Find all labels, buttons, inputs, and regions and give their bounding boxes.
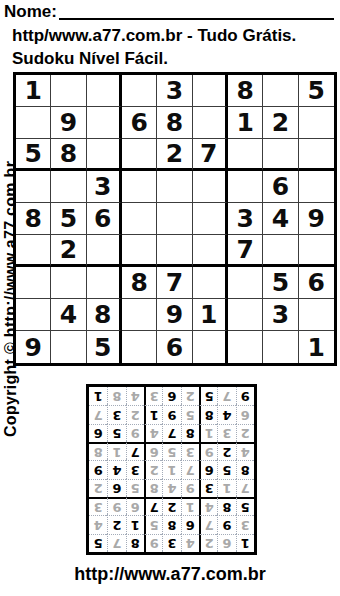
solution-cell-r6c4: 3 [181,442,199,460]
solution-cell-r6c1: 4 [236,442,254,460]
solution-cell-r8c1: 6 [236,405,254,423]
solution-cell-r9c8: 8 [107,387,125,405]
solution-cell-r9c4: 2 [181,387,199,405]
puzzle-cell-r7c9: 6 [299,267,334,299]
puzzle-cell-r2c2: 9 [51,107,86,139]
puzzle-cell-r3c9 [299,139,334,171]
puzzle-cell-r2c9 [299,107,334,139]
puzzle-cell-r6c5 [157,235,192,267]
solution-cell-r2c9: 4 [89,515,107,533]
solution-cell-r6c7: 7 [126,442,144,460]
solution-cell-r8c4: 5 [181,405,199,423]
solution-cell-r1c5: 3 [162,534,180,552]
name-label: Nome: [4,2,57,22]
solution-cell-r2c1: 3 [236,515,254,533]
puzzle-cell-r6c8 [263,235,298,267]
solution-cell-r9c9: 1 [89,387,107,405]
solution-cell-r4c8: 6 [107,479,125,497]
puzzle-cell-r8c1 [16,299,51,331]
solution-cell-r8c8: 3 [107,405,125,423]
puzzle-cell-r1c8 [263,75,298,107]
puzzle-cell-r1c3 [87,75,122,107]
puzzle-cell-r6c1 [16,235,51,267]
solution-cell-r5c7: 3 [126,460,144,478]
solution-cell-r7c5: 7 [162,424,180,442]
solution-grid-rotated: 1624398753976851245841276937139485628567… [86,384,257,555]
solution-cell-r4c4: 9 [181,479,199,497]
sudoku-worksheet: Nome: http/www.a77.com.br - Tudo Grátis.… [0,0,340,596]
solution-cell-r5c6: 2 [144,460,162,478]
puzzle-cell-r3c2: 8 [51,139,86,171]
puzzle-cell-r4c2 [51,171,86,203]
solution-cell-r7c1: 2 [236,424,254,442]
puzzle-cell-r1c9: 5 [299,75,334,107]
solution-cell-r5c5: 1 [162,460,180,478]
solution-cell-r4c3: 3 [199,479,217,497]
puzzle-cell-r4c6 [193,171,228,203]
puzzle-cell-r1c6 [193,75,228,107]
solution-cell-r5c2: 5 [217,460,235,478]
puzzle-cell-r7c1 [16,267,51,299]
puzzle-cell-r7c2 [51,267,86,299]
solution-cell-r9c3: 5 [199,387,217,405]
solution-cell-r8c7: 2 [126,405,144,423]
solution-cell-r3c5: 2 [162,497,180,515]
solution-cell-r7c3: 1 [199,424,217,442]
solution-cell-r2c7: 1 [126,515,144,533]
puzzle-cell-r5c4 [122,203,157,235]
solution-cell-r3c1: 5 [236,497,254,515]
puzzle-cell-r8c8: 3 [263,299,298,331]
puzzle-cell-r2c4: 6 [122,107,157,139]
puzzle-cell-r4c8: 6 [263,171,298,203]
solution-cell-r8c3: 8 [199,405,217,423]
solution-cell-r4c6: 8 [144,479,162,497]
solution-cell-r6c8: 1 [107,442,125,460]
solution-cell-r7c4: 8 [181,424,199,442]
puzzle-level-title: Sudoku Nível Fácil. [12,49,168,69]
puzzle-cell-r4c5 [157,171,192,203]
solution-cell-r5c9: 9 [89,460,107,478]
site-header: http/www.a77.com.br - Tudo Grátis. [12,26,296,46]
puzzle-cell-r8c7 [228,299,263,331]
puzzle-cell-r4c3: 3 [87,171,122,203]
solution-cell-r8c2: 4 [217,405,235,423]
puzzle-cell-r4c1 [16,171,51,203]
puzzle-cell-r2c3 [87,107,122,139]
solution-cell-r2c6: 5 [144,515,162,533]
solution-cell-r9c7: 4 [126,387,144,405]
solution-cell-r1c9: 5 [89,534,107,552]
puzzle-cell-r9c8 [263,331,298,363]
puzzle-cell-r5c5 [157,203,192,235]
solution-cell-r2c5: 8 [162,515,180,533]
solution-cell-r2c8: 2 [107,515,125,533]
solution-cell-r7c7: 9 [126,424,144,442]
solution-cell-r3c4: 1 [181,497,199,515]
solution-cell-r5c4: 7 [181,460,199,478]
puzzle-cell-r5c3: 6 [87,203,122,235]
puzzle-cell-r6c3 [87,235,122,267]
puzzle-cell-r7c5: 7 [157,267,192,299]
puzzle-cell-r8c2: 4 [51,299,86,331]
puzzle-cell-r9c4 [122,331,157,363]
puzzle-cell-r2c1 [16,107,51,139]
solution-cell-r4c9: 2 [89,479,107,497]
solution-cell-r6c5: 5 [162,442,180,460]
puzzle-cell-r5c2: 5 [51,203,86,235]
puzzle-cell-r2c6 [193,107,228,139]
solution-cell-r1c4: 4 [181,534,199,552]
puzzle-cell-r3c8 [263,139,298,171]
puzzle-cell-r4c9 [299,171,334,203]
solution-cell-r9c5: 6 [162,387,180,405]
puzzle-cell-r2c8: 2 [263,107,298,139]
puzzle-cell-r9c7 [228,331,263,363]
puzzle-cell-r4c4 [122,171,157,203]
puzzle-cell-r9c1: 9 [16,331,51,363]
puzzle-cell-r5c7: 3 [228,203,263,235]
solution-cell-r4c7: 5 [126,479,144,497]
puzzle-cell-r5c6 [193,203,228,235]
solution-cell-r8c9: 7 [89,405,107,423]
solution-cell-r4c5: 4 [162,479,180,497]
solution-cell-r8c5: 9 [162,405,180,423]
puzzle-cell-r6c7: 7 [228,235,263,267]
solution-cell-r5c3: 6 [199,460,217,478]
puzzle-cell-r9c6 [193,331,228,363]
solution-cell-r3c9: 3 [89,497,107,515]
solution-cell-r1c2: 6 [217,534,235,552]
puzzle-cell-r3c3 [87,139,122,171]
solution-cell-r6c9: 8 [89,442,107,460]
puzzle-cell-r3c4 [122,139,157,171]
solution-cell-r5c8: 4 [107,460,125,478]
solution-cell-r6c6: 6 [144,442,162,460]
puzzle-cell-r8c3: 8 [87,299,122,331]
solution-cell-r2c2: 9 [217,515,235,533]
solution-cell-r6c3: 9 [199,442,217,460]
puzzle-cell-r9c3: 5 [87,331,122,363]
solution-cell-r3c2: 8 [217,497,235,515]
solution-cell-r1c6: 9 [144,534,162,552]
solution-cell-r3c6: 7 [144,497,162,515]
footer-url: http://www.a77.com.br [0,564,340,585]
puzzle-cell-r8c9 [299,299,334,331]
puzzle-cell-r9c2 [51,331,86,363]
solution-cell-r2c4: 6 [181,515,199,533]
puzzle-cell-r6c6 [193,235,228,267]
solution-cell-r9c2: 7 [217,387,235,405]
puzzle-cell-r5c9: 9 [299,203,334,235]
solution-cell-r3c8: 9 [107,497,125,515]
puzzle-grid: 138596812582736856349278756489139561 [13,72,337,366]
puzzle-cell-r1c2 [51,75,86,107]
name-line: Nome: [4,2,334,22]
solution-cell-r3c3: 4 [199,497,217,515]
name-underline [59,18,334,20]
puzzle-cell-r7c6 [193,267,228,299]
puzzle-cell-r7c7 [228,267,263,299]
puzzle-cell-r8c6: 1 [193,299,228,331]
puzzle-cell-r4c7 [228,171,263,203]
solution-cell-r7c6: 4 [144,424,162,442]
solution-cell-r2c3: 7 [199,515,217,533]
solution-cell-r8c6: 1 [144,405,162,423]
puzzle-cell-r5c1: 8 [16,203,51,235]
puzzle-cell-r2c7: 1 [228,107,263,139]
puzzle-cell-r3c5: 2 [157,139,192,171]
solution-cell-r7c8: 5 [107,424,125,442]
puzzle-cell-r6c2: 2 [51,235,86,267]
solution-cell-r3c7: 6 [126,497,144,515]
solution-cell-r7c2: 3 [217,424,235,442]
solution-cell-r7c9: 6 [89,424,107,442]
puzzle-cell-r1c5: 3 [157,75,192,107]
puzzle-cell-r3c7 [228,139,263,171]
puzzle-cell-r1c7: 8 [228,75,263,107]
puzzle-cell-r3c1: 5 [16,139,51,171]
solution-cell-r4c2: 1 [217,479,235,497]
puzzle-cell-r7c4: 8 [122,267,157,299]
solution-cell-r9c6: 3 [144,387,162,405]
solution-cell-r6c2: 2 [217,442,235,460]
solution-cell-r1c1: 1 [236,534,254,552]
puzzle-cell-r5c8: 4 [263,203,298,235]
solution-cell-r5c1: 8 [236,460,254,478]
puzzle-cell-r7c8: 5 [263,267,298,299]
puzzle-cell-r1c4 [122,75,157,107]
puzzle-cell-r3c6: 7 [193,139,228,171]
puzzle-cell-r2c5: 8 [157,107,192,139]
solution-cell-r1c3: 2 [199,534,217,552]
solution-cell-r1c7: 8 [126,534,144,552]
solution-cell-r4c1: 7 [236,479,254,497]
puzzle-cell-r7c3 [87,267,122,299]
puzzle-cell-r6c9 [299,235,334,267]
puzzle-cell-r9c5: 6 [157,331,192,363]
puzzle-cell-r9c9: 1 [299,331,334,363]
solution-cell-r9c1: 9 [236,387,254,405]
solution-cell-r1c8: 7 [107,534,125,552]
puzzle-cell-r8c4 [122,299,157,331]
puzzle-cell-r8c5: 9 [157,299,192,331]
puzzle-cell-r6c4 [122,235,157,267]
puzzle-cell-r1c1: 1 [16,75,51,107]
